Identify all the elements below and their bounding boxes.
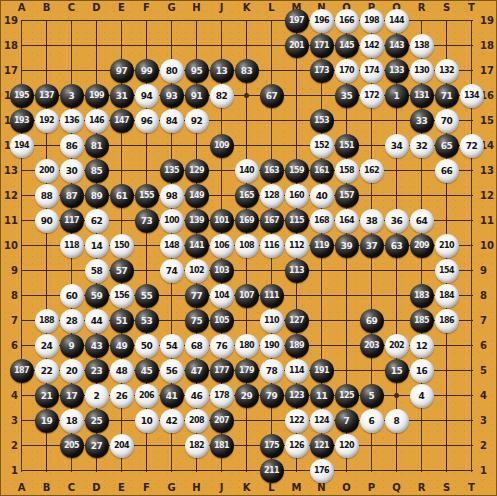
- coord-label-right-5: 5: [480, 365, 497, 377]
- stone-white-46: 46: [185, 384, 209, 408]
- stone-white-94: 94: [135, 84, 159, 108]
- coord-label-top-C: C: [60, 2, 84, 14]
- stone-move-number: 11: [316, 391, 328, 401]
- coord-label-top-R: R: [410, 2, 434, 14]
- stone-white-108: 108: [235, 234, 259, 258]
- stone-move-number: 111: [264, 291, 279, 300]
- stone-move-number: 129: [189, 166, 204, 175]
- stone-move-number: 41: [166, 391, 178, 401]
- coord-label-left-18: 18: [2, 40, 18, 52]
- stone-move-number: 9: [69, 341, 75, 351]
- stone-black-53: 53: [135, 309, 159, 333]
- stone-move-number: 68: [191, 341, 203, 351]
- stone-white-34: 34: [385, 134, 409, 158]
- stone-white-138: 138: [410, 34, 434, 58]
- stone-move-number: 109: [214, 141, 229, 150]
- stone-white-136: 136: [60, 109, 84, 133]
- stone-white-200: 200: [35, 159, 59, 183]
- stone-move-number: 113: [289, 266, 304, 275]
- stone-move-number: 65: [441, 141, 453, 151]
- stone-move-number: 108: [239, 241, 254, 250]
- stone-black-21: 21: [35, 384, 59, 408]
- stone-black-91: 91: [185, 84, 209, 108]
- stone-move-number: 23: [91, 366, 103, 376]
- stone-white-12: 12: [410, 334, 434, 358]
- stone-move-number: 81: [91, 141, 103, 151]
- stone-move-number: 50: [141, 341, 153, 351]
- stone-black-103: 103: [210, 259, 234, 283]
- stone-move-number: 105: [214, 316, 229, 325]
- stone-white-202: 202: [385, 334, 409, 358]
- stone-move-number: 150: [114, 241, 129, 250]
- stone-white-204: 204: [110, 434, 134, 458]
- stone-move-number: 85: [91, 166, 103, 176]
- stone-move-number: 148: [164, 241, 179, 250]
- stone-black-3: 3: [60, 84, 84, 108]
- stone-white-146: 146: [85, 109, 109, 133]
- stone-black-71: 71: [435, 84, 459, 108]
- stone-move-number: 59: [91, 291, 103, 301]
- stone-black-69: 69: [360, 309, 384, 333]
- stone-move-number: 126: [289, 441, 304, 450]
- stone-move-number: 74: [166, 266, 178, 276]
- stone-black-131: 131: [410, 84, 434, 108]
- stone-black-191: 191: [310, 359, 334, 383]
- stone-white-60: 60: [60, 284, 84, 308]
- stone-white-26: 26: [110, 384, 134, 408]
- stone-white-130: 130: [410, 59, 434, 83]
- stone-white-116: 116: [260, 234, 284, 258]
- coord-label-top-H: H: [185, 2, 209, 14]
- stone-black-139: 139: [185, 209, 209, 233]
- stone-move-number: 100: [164, 216, 179, 225]
- coord-label-left-6: 6: [2, 340, 18, 352]
- stone-move-number: 130: [414, 66, 429, 75]
- stone-move-number: 158: [339, 166, 354, 175]
- stone-white-30: 30: [60, 159, 84, 183]
- stone-move-number: 186: [439, 316, 454, 325]
- stone-black-85: 85: [85, 159, 109, 183]
- stone-white-190: 190: [260, 334, 284, 358]
- stone-black-183: 183: [410, 284, 434, 308]
- stone-white-6: 6: [360, 409, 384, 433]
- coord-label-right-11: 11: [480, 215, 497, 227]
- stone-move-number: 75: [191, 316, 203, 326]
- stone-move-number: 170: [339, 66, 354, 75]
- hoshi-Q4: [394, 393, 399, 398]
- stone-move-number: 20: [66, 366, 78, 376]
- stone-black-141: 141: [185, 234, 209, 258]
- stone-move-number: 51: [116, 316, 128, 326]
- stone-move-number: 43: [91, 341, 103, 351]
- stone-black-107: 107: [235, 284, 259, 308]
- coord-label-top-F: F: [135, 2, 159, 14]
- stone-black-117: 117: [60, 209, 84, 233]
- coord-label-right-12: 12: [480, 190, 497, 202]
- stone-move-number: 205: [64, 441, 79, 450]
- stone-move-number: 166: [339, 16, 354, 25]
- stone-move-number: 207: [214, 416, 229, 425]
- coord-label-top-S: S: [435, 2, 459, 14]
- stone-white-18: 18: [60, 409, 84, 433]
- stone-move-number: 117: [64, 216, 79, 225]
- stone-move-number: 93: [166, 91, 178, 101]
- coord-label-left-12: 12: [2, 190, 18, 202]
- stone-white-64: 64: [410, 209, 434, 233]
- stone-white-68: 68: [185, 334, 209, 358]
- stone-black-175: 175: [260, 434, 284, 458]
- stone-white-142: 142: [360, 34, 384, 58]
- stone-move-number: 53: [141, 316, 153, 326]
- stone-white-170: 170: [335, 59, 359, 83]
- stone-black-49: 49: [110, 334, 134, 358]
- stone-move-number: 80: [166, 66, 178, 76]
- coord-label-bottom-B: B: [35, 482, 59, 494]
- stone-black-15: 15: [385, 359, 409, 383]
- stone-white-90: 90: [35, 209, 59, 233]
- stone-move-number: 31: [116, 91, 128, 101]
- stone-white-38: 38: [360, 209, 384, 233]
- stone-black-51: 51: [110, 309, 134, 333]
- stone-move-number: 134: [464, 91, 479, 100]
- stone-black-111: 111: [260, 284, 284, 308]
- stone-black-209: 209: [410, 234, 434, 258]
- stone-white-40: 40: [310, 184, 334, 208]
- coord-label-left-19: 19: [2, 15, 18, 27]
- stone-white-16: 16: [410, 359, 434, 383]
- coord-label-left-17: 17: [2, 65, 18, 77]
- stone-move-number: 33: [416, 116, 428, 126]
- coord-label-left-1: 1: [2, 465, 18, 477]
- coord-label-right-6: 6: [480, 340, 497, 352]
- stone-white-152: 152: [310, 134, 334, 158]
- stone-move-number: 124: [314, 416, 329, 425]
- coord-label-right-7: 7: [480, 315, 497, 327]
- stone-move-number: 183: [414, 291, 429, 300]
- stone-move-number: 3: [69, 91, 75, 101]
- stone-white-210: 210: [435, 234, 459, 258]
- coord-label-left-3: 3: [2, 415, 18, 427]
- stone-white-174: 174: [360, 59, 384, 83]
- stone-move-number: 107: [239, 291, 254, 300]
- coord-label-right-10: 10: [480, 240, 497, 252]
- stone-black-61: 61: [110, 184, 134, 208]
- stone-white-110: 110: [260, 309, 284, 333]
- stone-move-number: 56: [166, 366, 178, 376]
- stone-move-number: 99: [141, 66, 153, 76]
- stone-move-number: 142: [364, 41, 379, 50]
- stone-move-number: 147: [114, 116, 129, 125]
- stone-black-187: 187: [10, 359, 34, 383]
- stone-black-129: 129: [185, 159, 209, 183]
- coord-label-top-E: E: [110, 2, 134, 14]
- stone-white-20: 20: [60, 359, 84, 383]
- stone-move-number: 151: [339, 141, 354, 150]
- stone-move-number: 140: [239, 166, 254, 175]
- stone-white-58: 58: [85, 259, 109, 283]
- stone-move-number: 199: [89, 91, 104, 100]
- stone-move-number: 190: [264, 341, 279, 350]
- stone-move-number: 62: [91, 216, 103, 226]
- stone-move-number: 54: [166, 341, 178, 351]
- stone-move-number: 78: [266, 366, 278, 376]
- stone-white-8: 8: [385, 409, 409, 433]
- stone-white-122: 122: [285, 409, 309, 433]
- stone-move-number: 69: [366, 316, 378, 326]
- stone-black-77: 77: [185, 284, 209, 308]
- stone-move-number: 60: [66, 291, 78, 301]
- stone-black-109: 109: [210, 134, 234, 158]
- coord-label-right-4: 4: [480, 390, 497, 402]
- stone-move-number: 5: [369, 391, 375, 401]
- stone-black-67: 67: [260, 84, 284, 108]
- go-board-diagram: AABBCCDDEEFFGGHHJJKKLLMMNNOOPPQQRRSSTT19…: [0, 0, 497, 496]
- stone-black-185: 185: [410, 309, 434, 333]
- stone-move-number: 30: [66, 166, 78, 176]
- stone-move-number: 135: [164, 166, 179, 175]
- stone-black-33: 33: [410, 109, 434, 133]
- stone-move-number: 94: [141, 91, 153, 101]
- stone-black-121: 121: [310, 434, 334, 458]
- stone-move-number: 178: [214, 391, 229, 400]
- stone-black-189: 189: [285, 334, 309, 358]
- stone-move-number: 95: [191, 66, 203, 76]
- stone-move-number: 45: [141, 366, 153, 376]
- stone-black-13: 13: [210, 59, 234, 83]
- stone-move-number: 174: [364, 66, 379, 75]
- coord-label-bottom-N: N: [310, 482, 334, 494]
- stone-white-154: 154: [435, 259, 459, 283]
- stone-black-147: 147: [110, 109, 134, 133]
- stone-move-number: 61: [116, 191, 128, 201]
- stone-move-number: 29: [241, 391, 253, 401]
- stone-black-105: 105: [210, 309, 234, 333]
- stone-move-number: 27: [91, 441, 103, 451]
- coord-label-top-A: A: [10, 2, 34, 14]
- stone-move-number: 88: [41, 191, 53, 201]
- stone-move-number: 1: [394, 91, 400, 101]
- stone-black-23: 23: [85, 359, 109, 383]
- stone-move-number: 187: [14, 366, 29, 375]
- coord-label-bottom-J: J: [210, 482, 234, 494]
- stone-white-44: 44: [85, 309, 109, 333]
- stone-white-100: 100: [160, 209, 184, 233]
- stone-white-196: 196: [310, 9, 334, 33]
- stone-white-62: 62: [85, 209, 109, 233]
- stone-move-number: 194: [14, 141, 29, 150]
- stone-black-135: 135: [160, 159, 184, 183]
- stone-white-118: 118: [60, 234, 84, 258]
- stone-black-167: 167: [260, 209, 284, 233]
- stone-move-number: 72: [466, 141, 478, 151]
- coord-label-top-T: T: [460, 2, 484, 14]
- stone-white-114: 114: [285, 359, 309, 383]
- stone-white-88: 88: [35, 184, 59, 208]
- stone-move-number: 114: [289, 366, 304, 375]
- coord-label-bottom-Q: Q: [385, 482, 409, 494]
- coord-label-right-15: 15: [480, 115, 497, 127]
- coord-label-right-9: 9: [480, 265, 497, 277]
- stone-white-36: 36: [385, 209, 409, 233]
- coord-label-bottom-D: D: [85, 482, 109, 494]
- stone-black-25: 25: [85, 409, 109, 433]
- stone-move-number: 57: [116, 266, 128, 276]
- stone-move-number: 67: [266, 91, 278, 101]
- stone-black-65: 65: [435, 134, 459, 158]
- stone-black-11: 11: [310, 384, 334, 408]
- stone-move-number: 49: [116, 341, 128, 351]
- stone-move-number: 161: [314, 166, 329, 175]
- stone-move-number: 16: [416, 366, 428, 376]
- stone-move-number: 197: [289, 16, 304, 25]
- stone-white-168: 168: [310, 209, 334, 233]
- coord-label-right-8: 8: [480, 290, 497, 302]
- stone-move-number: 163: [264, 166, 279, 175]
- stone-black-87: 87: [60, 184, 84, 208]
- stone-black-75: 75: [185, 309, 209, 333]
- stone-black-79: 79: [260, 384, 284, 408]
- stone-move-number: 47: [191, 366, 203, 376]
- coord-label-left-11: 11: [2, 215, 18, 227]
- stone-black-163: 163: [260, 159, 284, 183]
- stone-move-number: 138: [414, 41, 429, 50]
- stone-black-151: 151: [335, 134, 359, 158]
- stone-move-number: 42: [166, 416, 178, 426]
- stone-white-124: 124: [310, 409, 334, 433]
- stone-white-102: 102: [185, 259, 209, 283]
- stone-white-192: 192: [35, 109, 59, 133]
- stone-move-number: 128: [264, 191, 279, 200]
- stone-black-35: 35: [335, 84, 359, 108]
- stone-black-41: 41: [160, 384, 184, 408]
- stone-move-number: 6: [369, 416, 375, 426]
- stone-move-number: 35: [341, 91, 353, 101]
- stone-move-number: 141: [189, 241, 204, 250]
- coord-label-right-18: 18: [480, 40, 497, 52]
- stone-move-number: 64: [416, 216, 428, 226]
- stone-white-32: 32: [410, 134, 434, 158]
- stone-black-63: 63: [385, 234, 409, 258]
- stone-black-161: 161: [310, 159, 334, 183]
- stone-move-number: 198: [364, 16, 379, 25]
- stone-white-10: 10: [135, 409, 159, 433]
- stone-white-180: 180: [235, 334, 259, 358]
- stone-move-number: 210: [439, 241, 454, 250]
- stone-move-number: 121: [314, 441, 329, 450]
- stone-move-number: 66: [441, 166, 453, 176]
- stone-move-number: 70: [441, 116, 453, 126]
- stone-move-number: 191: [314, 366, 329, 375]
- stone-move-number: 98: [166, 191, 178, 201]
- stone-white-194: 194: [10, 134, 34, 158]
- stone-move-number: 71: [441, 91, 453, 101]
- stone-black-145: 145: [335, 34, 359, 58]
- stone-black-197: 197: [285, 9, 309, 33]
- stone-move-number: 176: [314, 466, 329, 475]
- coord-label-bottom-A: A: [10, 482, 34, 494]
- stone-move-number: 201: [289, 41, 304, 50]
- stone-move-number: 169: [239, 216, 254, 225]
- stone-move-number: 18: [66, 416, 78, 426]
- stone-move-number: 127: [289, 316, 304, 325]
- stone-move-number: 173: [314, 66, 329, 75]
- stone-move-number: 181: [214, 441, 229, 450]
- coord-label-left-9: 9: [2, 265, 18, 277]
- stone-black-9: 9: [60, 334, 84, 358]
- stone-move-number: 34: [391, 141, 403, 151]
- stone-move-number: 192: [39, 116, 54, 125]
- stone-black-143: 143: [385, 34, 409, 58]
- stone-white-96: 96: [135, 109, 159, 133]
- stone-move-number: 83: [241, 66, 253, 76]
- stone-black-57: 57: [110, 259, 134, 283]
- stone-white-126: 126: [285, 434, 309, 458]
- stone-move-number: 39: [341, 241, 353, 251]
- stone-black-27: 27: [85, 434, 109, 458]
- stone-move-number: 195: [14, 91, 29, 100]
- stone-white-148: 148: [160, 234, 184, 258]
- stone-move-number: 153: [314, 116, 329, 125]
- stone-move-number: 175: [264, 441, 279, 450]
- stone-move-number: 184: [439, 291, 454, 300]
- stone-move-number: 112: [289, 241, 304, 250]
- stone-white-182: 182: [185, 434, 209, 458]
- stone-black-73: 73: [135, 209, 159, 233]
- stone-move-number: 122: [289, 416, 304, 425]
- stone-move-number: 86: [66, 141, 78, 151]
- stone-move-number: 84: [166, 116, 178, 126]
- stone-move-number: 48: [116, 366, 128, 376]
- stone-black-31: 31: [110, 84, 134, 108]
- coord-label-right-19: 19: [480, 15, 497, 27]
- stone-white-178: 178: [210, 384, 234, 408]
- stone-black-199: 199: [85, 84, 109, 108]
- stone-move-number: 157: [339, 191, 354, 200]
- stone-move-number: 196: [314, 16, 329, 25]
- stone-white-80: 80: [160, 59, 184, 83]
- stone-white-140: 140: [235, 159, 259, 183]
- stone-move-number: 79: [266, 391, 278, 401]
- stone-black-193: 193: [10, 109, 34, 133]
- coord-label-left-2: 2: [2, 440, 18, 452]
- stone-black-137: 137: [35, 84, 59, 108]
- stone-move-number: 185: [414, 316, 429, 325]
- stone-black-7: 7: [335, 409, 359, 433]
- stone-move-number: 152: [314, 141, 329, 150]
- stone-white-158: 158: [335, 159, 359, 183]
- stone-black-123: 123: [285, 384, 309, 408]
- stone-move-number: 13: [216, 66, 228, 76]
- coord-label-right-13: 13: [480, 165, 497, 177]
- stone-white-70: 70: [435, 109, 459, 133]
- stone-white-54: 54: [160, 334, 184, 358]
- stone-move-number: 168: [314, 216, 329, 225]
- stone-move-number: 8: [394, 416, 400, 426]
- stone-white-206: 206: [135, 384, 159, 408]
- stone-white-50: 50: [135, 334, 159, 358]
- stone-black-195: 195: [10, 84, 34, 108]
- stone-move-number: 10: [141, 416, 153, 426]
- stone-black-17: 17: [60, 384, 84, 408]
- stone-move-number: 14: [91, 241, 103, 251]
- stone-move-number: 32: [416, 141, 428, 151]
- stone-black-5: 5: [360, 384, 384, 408]
- stone-move-number: 209: [414, 241, 429, 250]
- stone-black-89: 89: [85, 184, 109, 208]
- coord-label-top-L: L: [260, 2, 284, 14]
- stone-black-81: 81: [85, 134, 109, 158]
- stone-move-number: 177: [214, 366, 229, 375]
